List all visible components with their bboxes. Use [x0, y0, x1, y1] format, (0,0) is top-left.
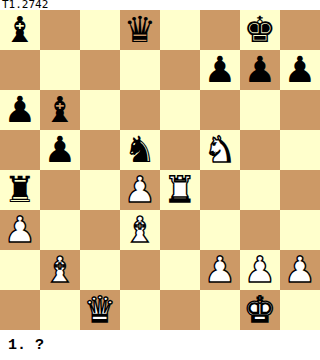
chess-board: ♝︎♛︎♚︎♟︎♟︎♟︎♟︎♝︎♟︎♞︎♞︎♜︎♟︎♜︎♟︎♝︎♝︎♟︎♟︎♟︎… — [0, 10, 320, 330]
square-d8[interactable]: ♛︎ — [120, 10, 160, 50]
piece-white-knight[interactable]: ♞︎ — [204, 130, 236, 170]
piece-black-pawn[interactable]: ♟︎ — [4, 90, 36, 130]
square-c5[interactable] — [80, 130, 120, 170]
square-d1[interactable] — [120, 290, 160, 330]
piece-black-knight[interactable]: ♞︎ — [124, 130, 156, 170]
piece-white-pawn[interactable]: ♟︎ — [124, 170, 156, 210]
square-f5[interactable]: ♞︎ — [200, 130, 240, 170]
square-f8[interactable] — [200, 10, 240, 50]
square-b4[interactable] — [40, 170, 80, 210]
square-a7[interactable] — [0, 50, 40, 90]
square-b1[interactable] — [40, 290, 80, 330]
square-h6[interactable] — [280, 90, 320, 130]
square-e1[interactable] — [160, 290, 200, 330]
square-g3[interactable] — [240, 210, 280, 250]
square-c8[interactable] — [80, 10, 120, 50]
square-h1[interactable] — [280, 290, 320, 330]
square-g5[interactable] — [240, 130, 280, 170]
piece-white-bishop[interactable]: ♝︎ — [124, 210, 156, 250]
square-f7[interactable]: ♟︎ — [200, 50, 240, 90]
square-f2[interactable]: ♟︎ — [200, 250, 240, 290]
square-a4[interactable]: ♜︎ — [0, 170, 40, 210]
square-e8[interactable] — [160, 10, 200, 50]
square-d7[interactable] — [120, 50, 160, 90]
piece-white-pawn[interactable]: ♟︎ — [204, 250, 236, 290]
square-h7[interactable]: ♟︎ — [280, 50, 320, 90]
square-a8[interactable]: ♝︎ — [0, 10, 40, 50]
square-g8[interactable]: ♚︎ — [240, 10, 280, 50]
piece-white-pawn[interactable]: ♟︎ — [4, 210, 36, 250]
piece-black-queen[interactable]: ♛︎ — [124, 10, 156, 50]
square-h2[interactable]: ♟︎ — [280, 250, 320, 290]
square-g7[interactable]: ♟︎ — [240, 50, 280, 90]
square-e3[interactable] — [160, 210, 200, 250]
square-f3[interactable] — [200, 210, 240, 250]
piece-white-king[interactable]: ♚︎ — [244, 290, 276, 330]
square-d6[interactable] — [120, 90, 160, 130]
square-b8[interactable] — [40, 10, 80, 50]
move-prompt: 1. ? — [0, 330, 320, 354]
square-f1[interactable] — [200, 290, 240, 330]
piece-white-queen[interactable]: ♛︎ — [84, 290, 116, 330]
square-c7[interactable] — [80, 50, 120, 90]
square-h4[interactable] — [280, 170, 320, 210]
square-c4[interactable] — [80, 170, 120, 210]
piece-black-rook[interactable]: ♜︎ — [4, 170, 36, 210]
square-b3[interactable] — [40, 210, 80, 250]
square-b5[interactable]: ♟︎ — [40, 130, 80, 170]
square-b6[interactable]: ♝︎ — [40, 90, 80, 130]
square-e6[interactable] — [160, 90, 200, 130]
square-c6[interactable] — [80, 90, 120, 130]
square-g4[interactable] — [240, 170, 280, 210]
square-c2[interactable] — [80, 250, 120, 290]
square-c3[interactable] — [80, 210, 120, 250]
piece-black-bishop[interactable]: ♝︎ — [44, 90, 76, 130]
square-a6[interactable]: ♟︎ — [0, 90, 40, 130]
square-c1[interactable]: ♛︎ — [80, 290, 120, 330]
square-g6[interactable] — [240, 90, 280, 130]
square-a5[interactable] — [0, 130, 40, 170]
square-a3[interactable]: ♟︎ — [0, 210, 40, 250]
piece-black-pawn[interactable]: ♟︎ — [284, 50, 316, 90]
square-h8[interactable] — [280, 10, 320, 50]
square-d5[interactable]: ♞︎ — [120, 130, 160, 170]
square-h5[interactable] — [280, 130, 320, 170]
square-b2[interactable]: ♝︎ — [40, 250, 80, 290]
square-f6[interactable] — [200, 90, 240, 130]
square-f4[interactable] — [200, 170, 240, 210]
square-g1[interactable]: ♚︎ — [240, 290, 280, 330]
piece-black-pawn[interactable]: ♟︎ — [244, 50, 276, 90]
square-g2[interactable]: ♟︎ — [240, 250, 280, 290]
square-e5[interactable] — [160, 130, 200, 170]
square-b7[interactable] — [40, 50, 80, 90]
piece-white-pawn[interactable]: ♟︎ — [284, 250, 316, 290]
square-e4[interactable]: ♜︎ — [160, 170, 200, 210]
piece-white-pawn[interactable]: ♟︎ — [244, 250, 276, 290]
puzzle-title: T1.2742 — [0, 0, 320, 10]
piece-black-pawn[interactable]: ♟︎ — [204, 50, 236, 90]
piece-black-king[interactable]: ♚︎ — [244, 10, 276, 50]
square-h3[interactable] — [280, 210, 320, 250]
square-d2[interactable] — [120, 250, 160, 290]
square-d4[interactable]: ♟︎ — [120, 170, 160, 210]
square-d3[interactable]: ♝︎ — [120, 210, 160, 250]
piece-white-rook[interactable]: ♜︎ — [164, 170, 196, 210]
piece-black-pawn[interactable]: ♟︎ — [44, 130, 76, 170]
square-a1[interactable] — [0, 290, 40, 330]
square-e7[interactable] — [160, 50, 200, 90]
square-a2[interactable] — [0, 250, 40, 290]
square-e2[interactable] — [160, 250, 200, 290]
piece-white-bishop[interactable]: ♝︎ — [44, 250, 76, 290]
piece-black-bishop[interactable]: ♝︎ — [4, 10, 36, 50]
